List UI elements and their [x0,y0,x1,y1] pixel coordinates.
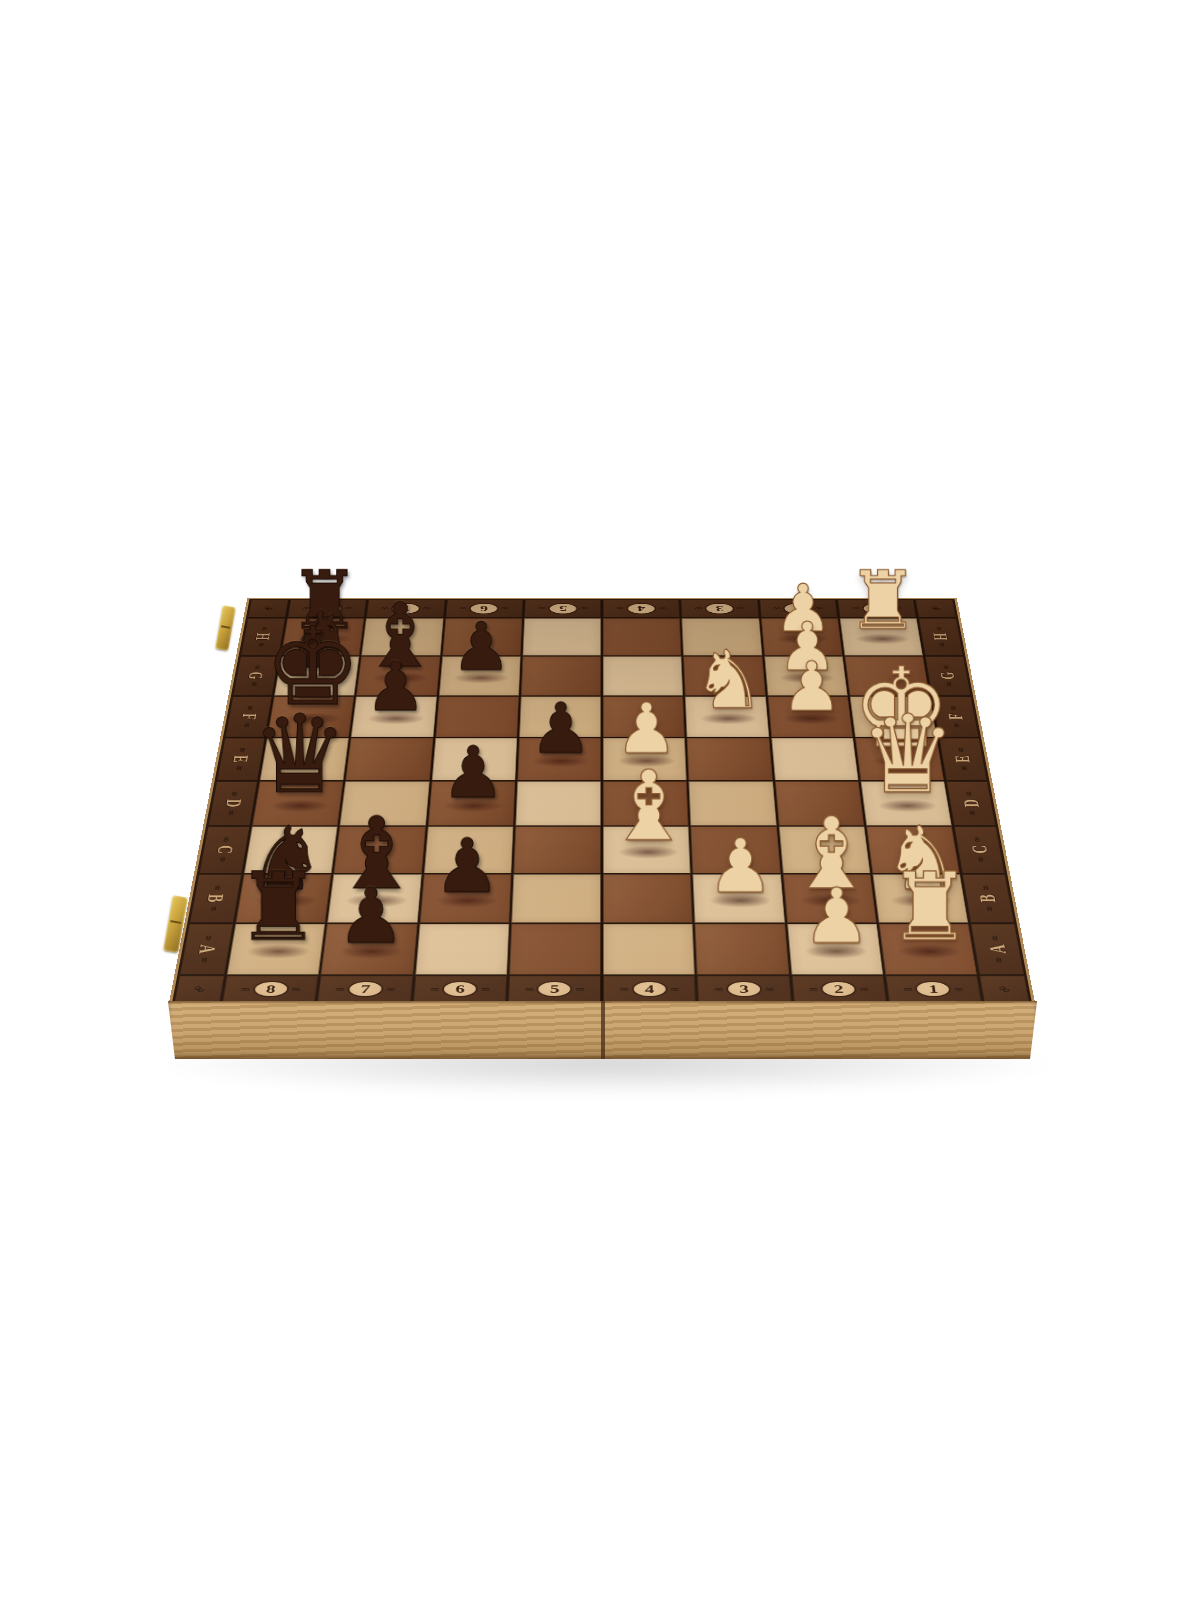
scroll-ornament-icon: ∞ [237,747,249,752]
file-label: E [230,755,252,762]
rank-label: 2 [833,983,844,994]
scroll-ornament-icon: ∞ [858,985,870,992]
scroll-ornament-icon: ∞ [966,810,979,815]
file-label: F [945,713,966,719]
rank-label: 6 [480,605,488,612]
scroll-ornament-icon: ∞ [619,985,630,992]
scroll-ornament-icon: ∞ [198,957,212,963]
rank-label: 2 [794,605,803,612]
scroll-ornament-icon: ∞ [992,957,1006,963]
rank-medallion: 7 [392,604,419,614]
scroll-ornament-icon: ∞ [694,606,703,611]
scroll-ornament-icon: ∞ [975,857,988,862]
rank-medallion: 6 [471,604,498,614]
rank-label-cell: ∞3∞ [697,976,791,1002]
scroll-ornament-icon: ∞ [385,985,396,992]
scroll-ornament-icon: ∞ [893,606,903,611]
scroll-ornament-icon: ∞ [459,606,468,611]
scroll-ornament-icon: ∞ [480,985,491,992]
file-label: H [931,633,952,640]
rank-label: 5 [550,983,560,994]
scroll-ornament-icon: ∞ [958,766,971,771]
file-label: E [952,755,974,762]
rank-label: 1 [872,605,881,612]
scroll-ornament-icon: ∞ [814,606,824,611]
rank-label: 3 [739,983,749,994]
rank-label: 8 [265,983,276,994]
rank-medallion: 8 [313,604,341,614]
scroll-ornament-icon: ∞ [902,985,914,992]
scroll-ornament-icon: ∞ [940,665,952,669]
scroll-ornament-icon: ∞ [808,985,819,992]
rank-label: 4 [637,605,645,612]
scroll-ornament-icon: ∞ [971,837,984,842]
scroll-ornament-icon: ∞ [524,985,535,992]
scroll-ornament-icon: ∞ [302,606,312,611]
file-label: G [937,672,958,679]
rank-label-cell: ∞7∞ [317,976,412,1002]
file-label: D [222,799,244,807]
scroll-ornament-icon: ∞ [736,606,745,611]
fold-seam [601,1001,605,1059]
black-pawn-glyph: ♟ [409,737,537,808]
scroll-ornament-icon: ∞ [290,985,302,992]
scroll-ornament-icon: ∞ [429,985,440,992]
scroll-ornament-icon: ∞ [980,885,993,891]
scroll-ornament-icon: ∞ [936,643,948,647]
scroll-ornament-icon: ∞ [988,935,1002,941]
scroll-ornament-icon: ∞ [343,606,353,611]
file-label: B [204,894,227,902]
rank-medallion: 1 [863,604,891,614]
scroll-ornament-icon: ∞ [616,606,625,611]
rank-medallion: 2 [785,604,812,614]
file-label: F [238,713,259,719]
scroll-ornament-icon: ∞ [334,985,346,992]
scroll-ornament-icon: ∞ [259,627,271,631]
rank-label: 1 [928,983,939,994]
rank-label: 7 [360,983,371,994]
border-corner: ∞ [174,976,224,1002]
scroll-ornament-icon: ∞ [256,643,268,647]
scroll-ornament-icon: ∞ [669,985,680,992]
scroll-ornament-icon: ∞ [955,747,967,752]
scroll-ornament-icon: ∞ [851,606,861,611]
scroll-ornament-icon: ∞ [943,682,955,687]
scroll-ornament-icon: ∞ [233,766,246,771]
chess-board: ∞∞8∞∞7∞∞6∞∞5∞∞4∞∞3∞∞2∞∞1∞∞∞H∞∞H∞∞G∞∞G∞∞F… [172,599,1032,1003]
rank-medallion: 5 [549,604,576,614]
scroll-ornament-icon: ∞ [252,665,264,669]
pieces-layer: ♜♞♛♚♞♜♟♝♟♝♟♟♟♟♝♟♟♞♟♝♟♟♟♜♞♛♚♜ [174,599,1030,1001]
scroll-ornament-icon: ∞ [934,627,946,631]
rank-medallion: 4 [628,604,655,614]
scroll-ornament-icon: ∞ [244,705,256,710]
scroll-ornament-icon: ∞ [953,985,965,992]
scroll-ornament-icon: ∞ [764,985,775,992]
board-front-edge [168,1001,1037,1059]
scroll-ornament-icon: ∞ [220,837,233,842]
scroll-ornament-icon: ∞ [963,791,976,796]
scroll-ornament-icon: ∞ [241,723,253,728]
scroll-ornament-icon: ∞ [228,791,241,796]
rank-label: 3 [716,605,724,612]
file-label: H [253,633,274,640]
scroll-ornament-icon: ∞ [380,606,390,611]
border-corner: ∞ [979,976,1029,1002]
chess-scene: ∞∞8∞∞7∞∞6∞∞5∞∞4∞∞3∞∞2∞∞1∞∞∞H∞∞H∞∞G∞∞G∞∞F… [172,143,1032,1003]
scroll-ornament-icon: ∞ [225,810,238,815]
rank-label-cell: ∞5∞ [508,976,601,1002]
file-label: C [213,845,236,853]
scroll-ornament-icon: ∞ [239,985,251,992]
rank-label-cell: ∞4∞ [603,976,696,1002]
scroll-ornament-icon: ∞ [537,606,546,611]
file-label: B [976,894,999,902]
rank-label-cell: ∞8∞ [222,976,319,1002]
scroll-ornament-icon: ∞ [579,606,588,611]
rank-medallion: 3 [706,604,733,614]
rank-label: 5 [559,605,567,612]
rank-label-cell: ∞1∞ [885,976,982,1002]
scroll-ornament-icon: ∞ [211,885,224,891]
scroll-ornament-icon: ∞ [773,606,782,611]
file-label: A [985,944,1009,953]
rank-label: 8 [323,605,332,612]
file-label: G [246,672,267,679]
scroll-ornament-icon: ∞ [202,935,216,941]
scroll-ornament-icon: ∞ [983,906,996,912]
scroll-ornament-icon: ∞ [207,906,220,912]
scroll-ornament-icon: ∞ [658,606,667,611]
scroll-ornament-icon: ∞ [501,606,510,611]
rank-label-cell: ∞2∞ [791,976,886,1002]
file-label: C [968,845,991,853]
white-rook-glyph: ♜ [862,860,999,954]
rank-label: 6 [455,983,465,994]
scroll-ornament-icon: ∞ [948,705,960,710]
rank-label: 7 [401,605,410,612]
rank-label: 4 [644,983,654,994]
scroll-ornament-icon: ∞ [713,985,724,992]
black-pawn-glyph: ♟ [303,878,440,954]
scroll-ornament-icon: ∞ [422,606,431,611]
file-label: D [960,799,982,807]
scroll-ornament-icon: ∞ [575,985,586,992]
scroll-ornament-icon: ∞ [249,682,261,687]
scroll-ornament-icon: ∞ [216,857,229,862]
scroll-ornament-icon: ∞ [951,723,963,728]
rank-label-cell: ∞6∞ [413,976,507,1002]
file-label: A [195,944,219,953]
